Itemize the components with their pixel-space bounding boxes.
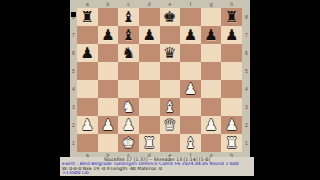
square-b5[interactable]	[98, 62, 119, 80]
file-label-top-b: b	[98, 0, 119, 8]
piece-black-pawn-f7[interactable]: ♟	[180, 26, 201, 44]
square-h8[interactable]: ♜	[221, 8, 242, 26]
chess-board-frame: abcdefgh 87654321 ♜♝♚♜♟♝♟♟♟♟♟♞♛♟♞♝♟♟♟♛♟♟…	[70, 0, 250, 158]
square-h6[interactable]	[221, 44, 242, 62]
square-d3[interactable]	[139, 98, 160, 116]
rank-label-left-6: 6	[70, 44, 77, 62]
piece-white-queen-e2[interactable]: ♛	[160, 116, 181, 134]
piece-white-bishop-f1[interactable]: ♝	[180, 134, 201, 152]
rank-label-right-4: 4	[243, 80, 250, 98]
square-g2[interactable]: ♟	[201, 116, 222, 134]
side-to-move-indicator	[71, 12, 76, 17]
square-e2[interactable]: ♛	[160, 116, 181, 134]
piece-white-rook-h1[interactable]: ♜	[221, 134, 242, 152]
square-f7[interactable]: ♟	[180, 26, 201, 44]
rank-label-right-1: 1	[243, 134, 250, 152]
file-label-top-c: c	[118, 0, 139, 8]
square-h1[interactable]: ♜	[221, 134, 242, 152]
square-h4[interactable]	[221, 80, 242, 98]
square-b6[interactable]	[98, 44, 119, 62]
piece-black-pawn-h7[interactable]: ♟	[221, 26, 242, 44]
square-e4[interactable]	[160, 80, 181, 98]
square-f5[interactable]	[180, 62, 201, 80]
square-b1[interactable]	[98, 134, 119, 152]
rank-label-left-5: 5	[70, 62, 77, 80]
rank-label-right-8: 8	[243, 8, 250, 26]
piece-black-rook-h8[interactable]: ♜	[221, 8, 242, 26]
piece-black-pawn-b7[interactable]: ♟	[98, 26, 119, 44]
piece-white-pawn-h2[interactable]: ♟	[221, 116, 242, 134]
piece-black-pawn-d7[interactable]: ♟	[139, 26, 160, 44]
square-a7[interactable]	[77, 26, 98, 44]
piece-white-pawn-c2[interactable]: ♟	[118, 116, 139, 134]
square-h2[interactable]: ♟	[221, 116, 242, 134]
video-frame: abcdefgh 87654321 ♜♝♚♜♟♝♟♟♟♟♟♞♛♟♞♝♟♟♟♛♟♟…	[0, 0, 320, 180]
piece-black-pawn-a6[interactable]: ♟	[77, 44, 98, 62]
file-label-top-g: g	[201, 0, 222, 8]
piece-black-queen-e6[interactable]: ♛	[160, 44, 181, 62]
square-e5[interactable]	[160, 62, 181, 80]
square-b8[interactable]	[98, 8, 119, 26]
piece-white-pawn-f4[interactable]: ♟	[180, 80, 201, 98]
piece-black-knight-c6[interactable]: ♞	[118, 44, 139, 62]
square-g7[interactable]: ♟	[201, 26, 222, 44]
rank-label-left-3: 3	[70, 98, 77, 116]
rank-labels-left: 87654321	[70, 8, 77, 152]
square-f3[interactable]	[180, 98, 201, 116]
square-d5[interactable]	[139, 62, 160, 80]
rank-label-left-7: 7	[70, 26, 77, 44]
square-e1[interactable]	[160, 134, 181, 152]
square-c3[interactable]: ♞	[118, 98, 139, 116]
eval-link-line[interactable]: +13500 Lib	[60, 171, 254, 176]
square-a1[interactable]	[77, 134, 98, 152]
piece-white-king-c1[interactable]: ♚	[118, 134, 139, 152]
square-d1[interactable]: ♜	[139, 134, 160, 152]
square-c7[interactable]: ♝	[118, 26, 139, 44]
square-f1[interactable]: ♝	[180, 134, 201, 152]
square-g1[interactable]	[201, 134, 222, 152]
piece-black-bishop-c7[interactable]: ♝	[118, 26, 139, 44]
rank-label-right-3: 3	[243, 98, 250, 116]
file-label-top-d: d	[139, 0, 160, 8]
square-h3[interactable]	[221, 98, 242, 116]
square-d4[interactable]	[139, 80, 160, 98]
square-a5[interactable]	[77, 62, 98, 80]
square-b4[interactable]	[98, 80, 119, 98]
piece-white-pawn-g2[interactable]: ♟	[201, 116, 222, 134]
rank-label-right-2: 2	[243, 116, 250, 134]
square-a3[interactable]	[77, 98, 98, 116]
square-c8[interactable]: ♝	[118, 8, 139, 26]
square-h5[interactable]	[221, 62, 242, 80]
square-c2[interactable]: ♟	[118, 116, 139, 134]
square-e3[interactable]: ♝	[160, 98, 181, 116]
piece-white-knight-c3[interactable]: ♞	[118, 98, 139, 116]
piece-white-bishop-e3[interactable]: ♝	[160, 98, 181, 116]
square-a4[interactable]	[77, 80, 98, 98]
rank-label-left-8: 8	[70, 8, 77, 26]
square-e7[interactable]	[160, 26, 181, 44]
square-c1[interactable]: ♚	[118, 134, 139, 152]
square-g6[interactable]	[201, 44, 222, 62]
piece-black-pawn-g7[interactable]: ♟	[201, 26, 222, 44]
piece-black-rook-a8[interactable]: ♜	[77, 8, 98, 26]
file-label-top-f: f	[180, 0, 201, 8]
square-e6[interactable]: ♛	[160, 44, 181, 62]
rank-label-left-1: 1	[70, 134, 77, 152]
square-b7[interactable]: ♟	[98, 26, 119, 44]
piece-black-bishop-c8[interactable]: ♝	[118, 8, 139, 26]
square-d2[interactable]	[139, 116, 160, 134]
square-c5[interactable]	[118, 62, 139, 80]
square-g5[interactable]	[201, 62, 222, 80]
file-labels-top: abcdefgh	[77, 0, 242, 8]
square-f4[interactable]: ♟	[180, 80, 201, 98]
square-f6[interactable]	[180, 44, 201, 62]
game-info-panel: Stockfish 17 [1:37] -- Shredder 13 [1:14…	[60, 157, 254, 176]
square-a2[interactable]: ♟	[77, 116, 98, 134]
square-d7[interactable]: ♟	[139, 26, 160, 44]
file-label-top-e: e	[160, 0, 181, 8]
square-e8[interactable]: ♚	[160, 8, 181, 26]
square-a6[interactable]: ♟	[77, 44, 98, 62]
square-g8[interactable]	[201, 8, 222, 26]
piece-black-king-e8[interactable]: ♚	[160, 8, 181, 26]
square-f2[interactable]	[180, 116, 201, 134]
rank-label-right-5: 5	[243, 62, 250, 80]
square-d8[interactable]	[139, 8, 160, 26]
chess-board[interactable]: ♜♝♚♜♟♝♟♟♟♟♟♞♛♟♞♝♟♟♟♛♟♟♚♜♝♜	[77, 8, 242, 152]
piece-white-rook-d1[interactable]: ♜	[139, 134, 160, 152]
piece-white-pawn-a2[interactable]: ♟	[77, 116, 98, 134]
rank-label-left-2: 2	[70, 116, 77, 134]
square-c4[interactable]	[118, 80, 139, 98]
piece-white-pawn-b2[interactable]: ♟	[98, 116, 119, 134]
square-h7[interactable]: ♟	[221, 26, 242, 44]
square-f8[interactable]	[180, 8, 201, 26]
square-d6[interactable]	[139, 44, 160, 62]
square-g3[interactable]	[201, 98, 222, 116]
file-label-top-a: a	[77, 0, 98, 8]
square-a8[interactable]: ♜	[77, 8, 98, 26]
rank-labels-right: 87654321	[243, 8, 250, 152]
rank-label-left-4: 4	[70, 80, 77, 98]
file-label-top-h: h	[221, 0, 242, 8]
square-b2[interactable]: ♟	[98, 116, 119, 134]
square-c6[interactable]: ♞	[118, 44, 139, 62]
square-b3[interactable]	[98, 98, 119, 116]
square-g4[interactable]	[201, 80, 222, 98]
rank-label-right-6: 6	[243, 44, 250, 62]
rank-label-right-7: 7	[243, 26, 250, 44]
